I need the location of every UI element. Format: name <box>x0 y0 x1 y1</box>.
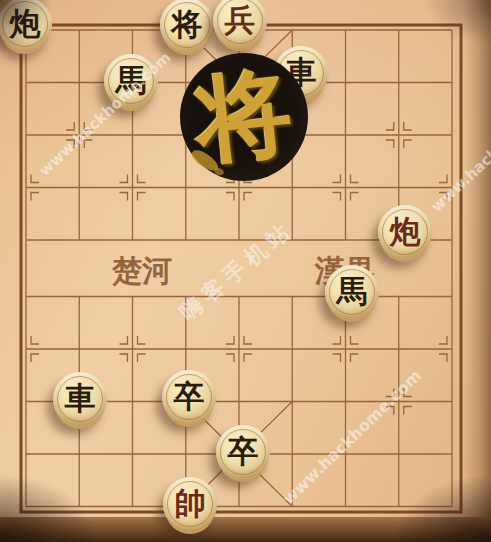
piece-glyph: 兵 <box>225 5 256 36</box>
piece-glyph: 将 <box>172 9 203 40</box>
piece-glyph: 車 <box>65 383 96 414</box>
piece-red-general-d1[interactable]: 帥 <box>163 477 217 531</box>
piece-glyph: 馬 <box>116 65 147 96</box>
xiangqi-board[interactable]: 楚河 漢界 炮将兵馬車炮馬車卒卒帥 将 www.hackhome.com嗨客手机… <box>0 0 491 542</box>
piece-glyph: 炮 <box>10 8 41 39</box>
piece-black-soldier-e2[interactable]: 卒 <box>216 425 270 479</box>
piece-glyph: 馬 <box>337 276 368 307</box>
piece-glyph: 卒 <box>228 436 259 467</box>
piece-black-horse-g5[interactable]: 馬 <box>325 265 379 319</box>
piece-black-chariot-b3[interactable]: 車 <box>53 372 107 426</box>
piece-black-soldier-d3[interactable]: 卒 <box>162 370 216 424</box>
river-label-chuhe: 楚河 <box>112 251 172 292</box>
piece-glyph: 卒 <box>174 381 205 412</box>
piece-black-horse-c9[interactable]: 馬 <box>104 54 158 108</box>
check-seal: 将 <box>180 53 308 181</box>
piece-glyph: 帥 <box>175 488 206 519</box>
check-seal-glyph: 将 <box>191 64 297 170</box>
piece-glyph: 炮 <box>390 216 421 247</box>
piece-black-general-d10[interactable]: 将 <box>160 0 214 52</box>
piece-red-cannon-h6[interactable]: 炮 <box>378 205 432 259</box>
